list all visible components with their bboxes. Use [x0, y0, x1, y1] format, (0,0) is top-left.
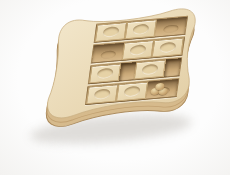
product-photo-scene: [0, 0, 230, 175]
slider-block[interactable]: [125, 19, 157, 39]
treat-recess-slot: [146, 79, 178, 99]
open-recess-slot: [92, 43, 124, 63]
slider-block[interactable]: [89, 63, 121, 83]
slider-block[interactable]: [152, 38, 184, 58]
slider-block[interactable]: [122, 40, 154, 60]
slider-block[interactable]: [95, 22, 127, 42]
open-recess-gap: [164, 58, 181, 77]
slider-block[interactable]: [86, 84, 118, 104]
open-recess-slot: [155, 17, 187, 37]
slider-block[interactable]: [134, 60, 166, 80]
slider-block[interactable]: [116, 82, 148, 102]
bone-puzzle-board: [35, 3, 211, 138]
